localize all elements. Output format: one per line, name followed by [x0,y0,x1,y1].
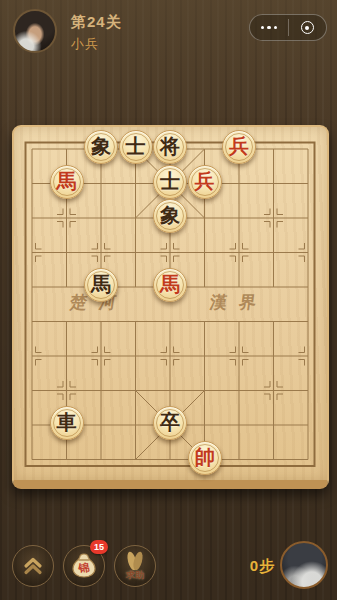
miniprogram-capsule [249,14,327,41]
piece-red-4-4[interactable]: 馬 [153,268,187,302]
piece-glyph: 象 [160,205,180,225]
piece-glyph: 馬 [91,274,111,294]
step-counter: 0步 [250,557,275,576]
player-avatar[interactable] [13,9,57,53]
piece-red-5-9[interactable]: 帥 [188,441,222,475]
piece-glyph: 兵 [195,171,215,191]
piece-black-4-8[interactable]: 卒 [153,406,187,440]
piece-black-2-0[interactable]: 象 [84,130,118,164]
ask-help-label: 求助 [126,569,144,582]
expand-menu-button[interactable] [12,545,54,587]
piece-glyph: 士 [126,136,146,156]
piece-glyph: 馬 [57,171,77,191]
xiangqi-board[interactable]: 楚河 漢界 象士将兵馬士兵象馬馬車卒帥 [12,125,329,489]
piece-glyph: 車 [57,412,77,432]
piece-glyph: 兵 [229,136,249,156]
piece-red-5-1[interactable]: 兵 [188,165,222,199]
hint-count-badge: 15 [90,540,108,554]
piece-glyph: 馬 [160,274,180,294]
more-button[interactable] [250,15,288,40]
close-button[interactable] [289,15,327,40]
piece-red-1-1[interactable]: 馬 [50,165,84,199]
piece-glyph: 士 [160,171,180,191]
target-icon [301,21,314,34]
double-chevron-up-icon [18,551,48,581]
piece-glyph: 帥 [195,447,215,467]
piece-black-4-2[interactable]: 象 [153,199,187,233]
piece-black-3-0[interactable]: 士 [119,130,153,164]
opponent-avatar[interactable] [280,541,328,589]
piece-black-1-8[interactable]: 車 [50,406,84,440]
more-dots-icon [261,26,278,30]
piece-glyph: 象 [91,136,111,156]
level-title: 第24关 [71,13,122,32]
piece-black-4-0[interactable]: 将 [153,130,187,164]
hint-bag-char: 锦 [78,559,91,575]
piece-glyph: 卒 [160,412,180,432]
piece-red-6-0[interactable]: 兵 [222,130,256,164]
stage-name: 小兵 [71,35,99,53]
piece-black-2-4[interactable]: 馬 [84,268,118,302]
river-label-right: 漢界 [208,291,269,314]
ask-help-button[interactable]: 求助 [114,545,156,587]
hint-bag-button[interactable]: 锦 15 [63,545,105,587]
piece-glyph: 将 [160,136,180,156]
piece-black-4-1[interactable]: 士 [153,165,187,199]
